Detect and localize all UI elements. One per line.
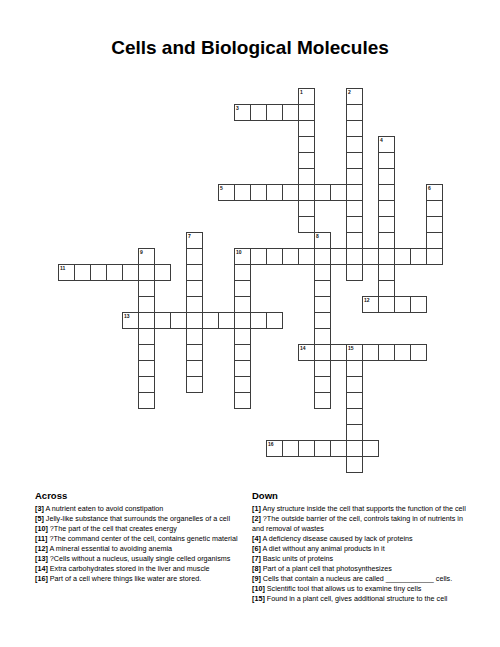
- grid-cell[interactable]: [314, 312, 331, 329]
- grid-cell[interactable]: [186, 360, 203, 377]
- grid-cell[interactable]: [362, 344, 379, 361]
- grid-cell[interactable]: 6: [426, 184, 443, 201]
- grid-cell[interactable]: [186, 376, 203, 393]
- down-clue-10: [10] Scientific tool that allows us to e…: [252, 584, 472, 594]
- grid-cell[interactable]: [394, 344, 411, 361]
- grid-cell[interactable]: [266, 248, 283, 265]
- clue-number: 5: [220, 185, 223, 191]
- grid-cell[interactable]: [346, 408, 363, 425]
- grid-cell[interactable]: [234, 264, 251, 281]
- grid-cell[interactable]: [330, 184, 347, 201]
- grid-cell[interactable]: [234, 312, 251, 329]
- grid-cell[interactable]: [378, 152, 395, 169]
- clue-number: 9: [140, 249, 143, 255]
- grid-cell[interactable]: [378, 264, 395, 281]
- grid-cell[interactable]: [378, 248, 395, 265]
- grid-cell[interactable]: [106, 264, 123, 281]
- grid-cell[interactable]: [234, 376, 251, 393]
- grid-cell[interactable]: [346, 392, 363, 409]
- grid-cell[interactable]: [298, 200, 315, 217]
- down-clue-4: [4] A deficiency disease caused by lack …: [252, 534, 472, 544]
- grid-cell[interactable]: [394, 248, 411, 265]
- across-clue-11: [11] ?The command center of the cell, co…: [35, 534, 249, 544]
- grid-cell[interactable]: [298, 248, 315, 265]
- grid-cell[interactable]: [314, 392, 331, 409]
- down-clue-9: [9] Cells that contain a nucleus are cal…: [252, 574, 472, 584]
- grid-cell[interactable]: [346, 136, 363, 153]
- grid-cell[interactable]: [346, 424, 363, 441]
- grid-cell[interactable]: 3: [234, 104, 251, 121]
- grid-cell[interactable]: [266, 104, 283, 121]
- grid-cell[interactable]: [250, 248, 267, 265]
- grid-cell[interactable]: [250, 312, 267, 329]
- grid-cell[interactable]: [346, 360, 363, 377]
- grid-cell[interactable]: [346, 152, 363, 169]
- grid-cell[interactable]: [298, 136, 315, 153]
- grid-cell[interactable]: [250, 184, 267, 201]
- down-clue-1: [1] Any structure inside the cell that s…: [252, 504, 472, 514]
- clue-number: 6: [428, 185, 431, 191]
- grid-cell[interactable]: [138, 296, 155, 313]
- grid-cell[interactable]: [346, 440, 363, 457]
- grid-cell[interactable]: [378, 344, 395, 361]
- grid-cell[interactable]: [378, 232, 395, 249]
- clue-number: 2: [348, 89, 351, 95]
- grid-cell[interactable]: [362, 248, 379, 265]
- grid-cell[interactable]: 7: [186, 232, 203, 249]
- grid-cell[interactable]: [314, 280, 331, 297]
- down-clue-15: [15] Found in a plant cell, gives additi…: [252, 594, 472, 604]
- grid-cell[interactable]: [298, 216, 315, 233]
- grid-cell[interactable]: 13: [122, 312, 139, 329]
- grid-cell[interactable]: [234, 184, 251, 201]
- grid-cell[interactable]: [346, 264, 363, 281]
- grid-cell[interactable]: [186, 264, 203, 281]
- clue-number: 1: [300, 89, 303, 95]
- down-clue-7: [7] Basic units of proteins: [252, 554, 472, 564]
- grid-cell[interactable]: [234, 360, 251, 377]
- grid-cell[interactable]: [186, 280, 203, 297]
- grid-cell[interactable]: [234, 280, 251, 297]
- grid-cell[interactable]: [346, 200, 363, 217]
- grid-cell[interactable]: 9: [138, 248, 155, 265]
- grid-cell[interactable]: [330, 440, 347, 457]
- grid-cell[interactable]: [330, 344, 347, 361]
- clue-number: 4: [380, 137, 383, 143]
- grid-cell[interactable]: [138, 360, 155, 377]
- grid-cell[interactable]: [154, 264, 171, 281]
- grid-cell[interactable]: [410, 296, 427, 313]
- clue-number: 11: [60, 265, 65, 271]
- grid-cell[interactable]: 4: [378, 136, 395, 153]
- grid-cell[interactable]: 12: [362, 296, 379, 313]
- grid-cell[interactable]: [426, 248, 443, 265]
- down-clue-2: [2] ?The outside barrier of the cell, co…: [252, 514, 472, 534]
- grid-cell[interactable]: 10: [234, 248, 251, 265]
- grid-cell[interactable]: [378, 280, 395, 297]
- grid-cell[interactable]: [362, 440, 379, 457]
- grid-cell[interactable]: 2: [346, 88, 363, 105]
- clue-number: 14: [300, 345, 306, 351]
- clue-number: 12: [364, 297, 370, 303]
- across-header: Across: [35, 490, 249, 502]
- grid-cell[interactable]: [138, 344, 155, 361]
- grid-cell[interactable]: [186, 312, 203, 329]
- grid-cell[interactable]: [346, 456, 363, 473]
- grid-cell[interactable]: [346, 168, 363, 185]
- grid-cell[interactable]: [426, 232, 443, 249]
- grid-cell[interactable]: [282, 248, 299, 265]
- grid-cell[interactable]: [346, 248, 363, 265]
- grid-cell[interactable]: [298, 168, 315, 185]
- across-clue-12: [12] A mineral essential to avoiding ane…: [35, 544, 249, 554]
- grid-cell[interactable]: 11: [58, 264, 75, 281]
- grid-cell[interactable]: [410, 344, 427, 361]
- grid-cell[interactable]: [298, 152, 315, 169]
- grid-cell[interactable]: [234, 328, 251, 345]
- grid-cell[interactable]: 5: [218, 184, 235, 201]
- grid-cell[interactable]: [346, 376, 363, 393]
- grid-cell[interactable]: [266, 184, 283, 201]
- grid-cell[interactable]: [378, 168, 395, 185]
- grid-cell[interactable]: [234, 392, 251, 409]
- grid-cell[interactable]: 15: [346, 344, 363, 361]
- grid-cell[interactable]: [90, 264, 107, 281]
- grid-cell[interactable]: [138, 328, 155, 345]
- grid-cell[interactable]: [170, 312, 187, 329]
- grid-cell[interactable]: 1: [298, 88, 315, 105]
- across-clue-10: [10] ?The part of the cell that creates …: [35, 524, 249, 534]
- grid-cell[interactable]: [410, 248, 427, 265]
- grid-cell[interactable]: [394, 296, 411, 313]
- grid-cell[interactable]: [378, 296, 395, 313]
- grid-cell[interactable]: [314, 264, 331, 281]
- grid-cell[interactable]: [426, 216, 443, 233]
- grid-cell[interactable]: [314, 296, 331, 313]
- grid-cell[interactable]: [234, 296, 251, 313]
- down-clue-list: [1] Any structure inside the cell that s…: [252, 504, 472, 604]
- clue-number: 3: [236, 105, 239, 111]
- grid-cell[interactable]: [314, 360, 331, 377]
- across-clue-list: [3] A nutrient eaten to avoid constipati…: [35, 504, 249, 584]
- grid-cell[interactable]: [378, 184, 395, 201]
- grid-cell[interactable]: [138, 376, 155, 393]
- puzzle-title: Cells and Biological Molecules: [0, 36, 500, 60]
- grid-cell[interactable]: [186, 328, 203, 345]
- grid-cell[interactable]: [154, 312, 171, 329]
- across-clue-3: [3] A nutrient eaten to avoid constipati…: [35, 504, 249, 514]
- grid-cell[interactable]: [314, 184, 331, 201]
- grid-cell[interactable]: 8: [314, 232, 331, 249]
- across-clues-section: Across [3] A nutrient eaten to avoid con…: [35, 490, 249, 584]
- across-clue-14: [14] Extra carbohydrates stored in the l…: [35, 564, 249, 574]
- grid-cell[interactable]: [74, 264, 91, 281]
- grid-cell[interactable]: [426, 200, 443, 217]
- grid-cell[interactable]: [346, 216, 363, 233]
- grid-cell[interactable]: [202, 312, 219, 329]
- clue-number: 7: [188, 233, 191, 239]
- across-clue-13: [13] ?Cells without a nucleus, usually s…: [35, 554, 249, 564]
- grid-cell[interactable]: [314, 248, 331, 265]
- grid-cell[interactable]: [330, 248, 347, 265]
- grid-cell[interactable]: [346, 120, 363, 137]
- grid-cell[interactable]: [218, 312, 235, 329]
- grid-cell[interactable]: [314, 440, 331, 457]
- grid-cell[interactable]: [282, 104, 299, 121]
- grid-cell[interactable]: [266, 312, 283, 329]
- across-clue-5: [5] Jelly-like substance that surrounds …: [35, 514, 249, 524]
- grid-cell[interactable]: 14: [298, 344, 315, 361]
- grid-cell[interactable]: [378, 216, 395, 233]
- down-clues-section: Down [1] Any structure inside the cell t…: [252, 490, 472, 604]
- grid-cell[interactable]: [298, 184, 315, 201]
- grid-cell[interactable]: [122, 264, 139, 281]
- grid-cell[interactable]: [314, 344, 331, 361]
- clue-number: 10: [236, 249, 242, 255]
- grid-cell[interactable]: [186, 296, 203, 313]
- grid-cell[interactable]: [378, 200, 395, 217]
- down-clue-6: [6] A diet without any animal products i…: [252, 544, 472, 554]
- grid-cell[interactable]: [298, 120, 315, 137]
- grid-cell[interactable]: [138, 392, 155, 409]
- across-clue-16: [16] Part of a cell where things like wa…: [35, 574, 249, 584]
- grid-cell[interactable]: [186, 248, 203, 265]
- clue-number: 16: [268, 441, 274, 447]
- crossword-page: Cells and Biological Molecules 123456789…: [0, 0, 500, 647]
- grid-cell[interactable]: [346, 104, 363, 121]
- grid-cell[interactable]: [346, 232, 363, 249]
- grid-cell[interactable]: [138, 312, 155, 329]
- grid-cell[interactable]: [346, 184, 363, 201]
- grid-cell[interactable]: [234, 344, 251, 361]
- grid-cell[interactable]: [138, 280, 155, 297]
- grid-cell[interactable]: [298, 104, 315, 121]
- grid-cell[interactable]: 16: [266, 440, 283, 457]
- grid-cell[interactable]: [298, 440, 315, 457]
- crossword-grid: 12345678910111213141516: [58, 88, 444, 474]
- grid-cell[interactable]: [314, 376, 331, 393]
- grid-cell[interactable]: [282, 440, 299, 457]
- clue-number: 15: [348, 345, 354, 351]
- clue-number: 8: [316, 233, 319, 239]
- grid-cell[interactable]: [186, 344, 203, 361]
- grid-cell[interactable]: [314, 328, 331, 345]
- grid-cell[interactable]: [250, 104, 267, 121]
- down-clue-8: [8] Part of a plant cell that photosynth…: [252, 564, 472, 574]
- clue-number: 13: [124, 313, 130, 319]
- grid-cell[interactable]: [282, 184, 299, 201]
- grid-cell[interactable]: [138, 264, 155, 281]
- down-header: Down: [252, 490, 472, 502]
